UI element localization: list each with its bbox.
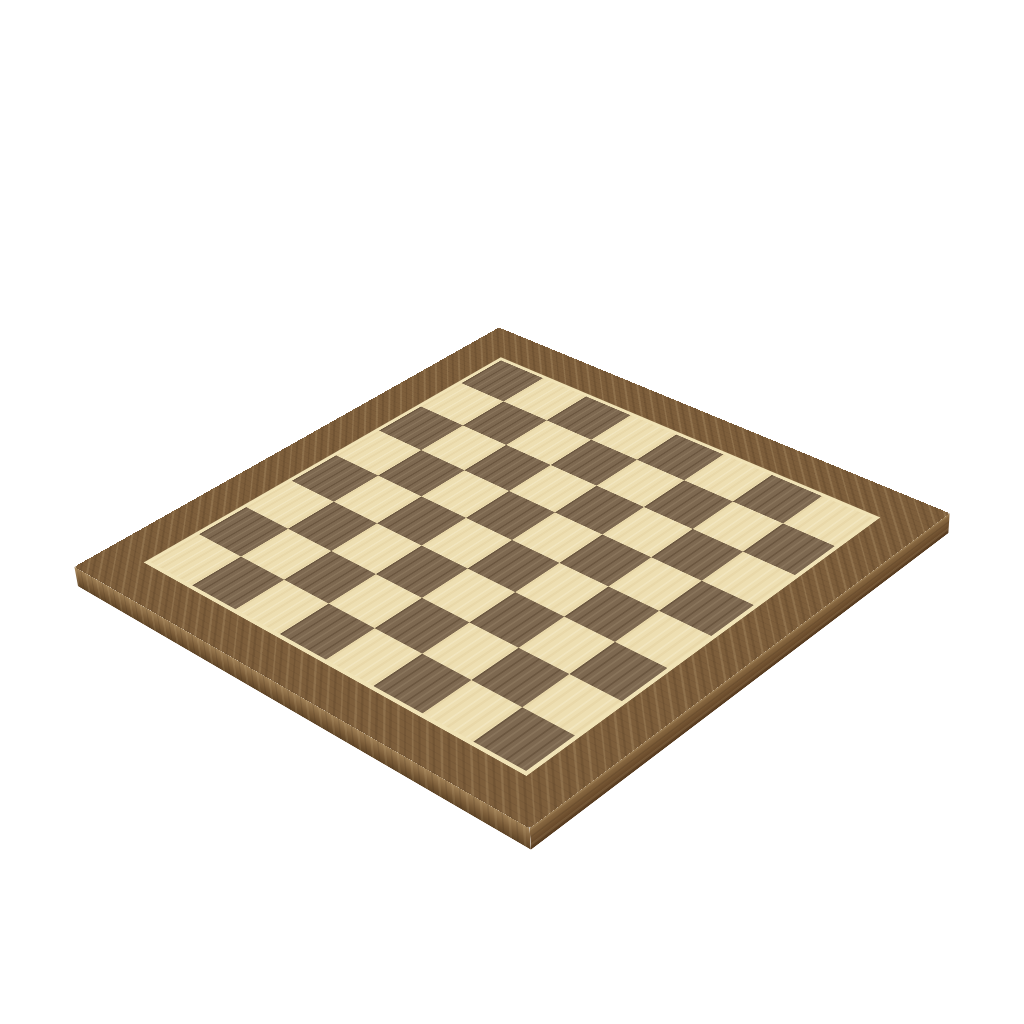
chessboard: ♜♞♟♝♟♚♟♛♟♝♟♞♟♟♜♟♟♜♟♟♞♟♝♟♚♟♛♟♝♟♞♜ bbox=[74, 327, 949, 828]
perspective-container: ♜♞♟♝♟♚♟♛♟♝♟♞♟♟♜♟♟♜♟♟♞♟♝♟♚♟♛♟♝♟♞♜ bbox=[184, 212, 841, 869]
black-pawn-glyph: ♟ bbox=[193, 502, 278, 596]
pieces-layer: ♜♞♟♝♟♚♟♛♟♝♟♞♟♟♜♟♟♜♟♟♞♟♝♟♚♟♛♟♝♟♞♜ bbox=[151, 360, 874, 771]
white-rook-glyph: ♜ bbox=[464, 631, 578, 756]
chess-set-product-photo: ♜♞♟♝♟♚♟♛♟♝♟♞♟♟♜♟♟♜♟♟♞♟♝♟♚♟♛♟♝♟♞♜ bbox=[0, 0, 1024, 1024]
